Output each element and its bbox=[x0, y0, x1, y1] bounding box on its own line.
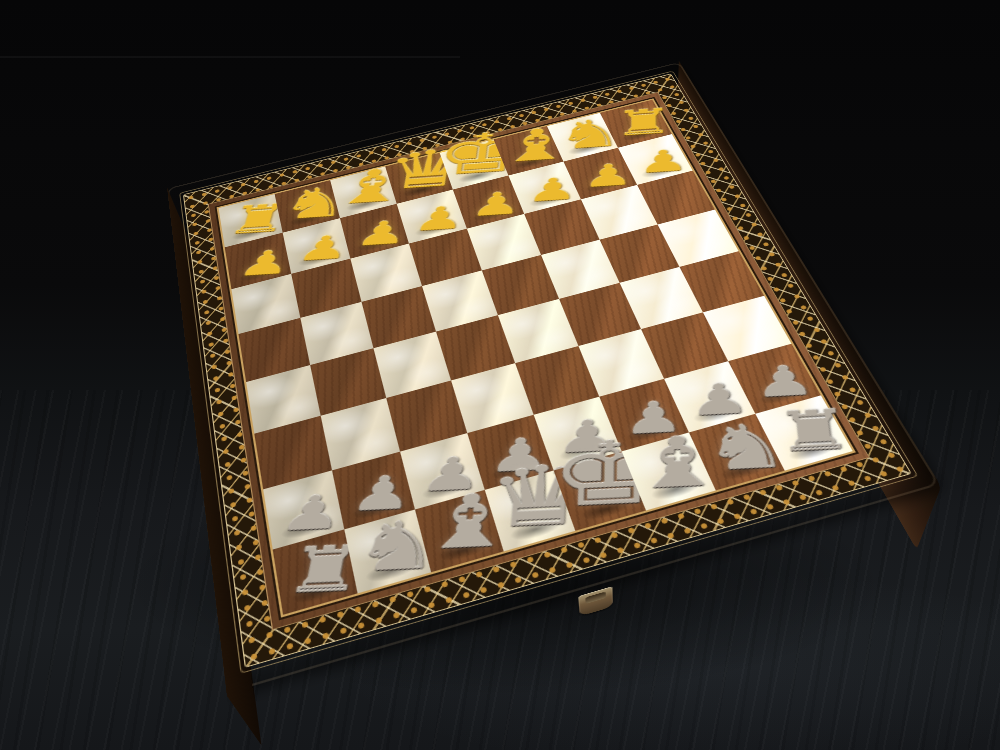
square-e3[interactable] bbox=[515, 346, 599, 415]
piece-shadow bbox=[756, 381, 810, 407]
piece-shadow bbox=[690, 399, 744, 426]
square-g2[interactable]: ♟ bbox=[664, 361, 755, 432]
square-b2[interactable]: ♟ bbox=[332, 452, 415, 530]
chess-piece-white-silver-pawn-d2[interactable]: ♟ bbox=[487, 432, 551, 480]
box-clasp-latch-icon[interactable] bbox=[578, 586, 613, 616]
chess-piece-white-silver-pawn-g2[interactable]: ♟ bbox=[688, 377, 751, 422]
piece-shadow bbox=[557, 436, 611, 464]
square-f3[interactable] bbox=[578, 329, 664, 397]
square-b3[interactable] bbox=[321, 398, 400, 470]
square-g3[interactable] bbox=[641, 312, 728, 378]
chess-piece-white-silver-pawn-e2[interactable]: ♟ bbox=[555, 413, 617, 460]
square-e2[interactable]: ♟ bbox=[534, 397, 622, 471]
square-d3[interactable] bbox=[451, 363, 534, 433]
chess-piece-white-silver-knight-b1[interactable]: ♞ bbox=[349, 511, 445, 582]
piece-shadow bbox=[280, 513, 334, 543]
square-b4[interactable] bbox=[310, 348, 386, 416]
square-a2[interactable]: ♟ bbox=[263, 470, 344, 549]
square-c2[interactable]: ♟ bbox=[400, 433, 485, 509]
piece-shadow bbox=[489, 455, 543, 483]
chess-piece-white-silver-pawn-f2[interactable]: ♟ bbox=[623, 395, 685, 441]
chess-board-box: ♜♞♝♛♚♝♞♜♟♟♟♟♟♟♟♟♟♟♟♟♟♟♟♟♜♞♝♛♚♝♞♜ bbox=[167, 62, 940, 694]
square-f2[interactable]: ♟ bbox=[599, 379, 689, 452]
chess-piece-white-silver-pawn-a2[interactable]: ♟ bbox=[276, 488, 347, 538]
square-c3[interactable] bbox=[386, 380, 467, 451]
piece-shadow bbox=[420, 474, 474, 503]
chess-piece-white-silver-pawn-b2[interactable]: ♟ bbox=[347, 469, 416, 518]
chess-piece-white-silver-pawn-c2[interactable]: ♟ bbox=[418, 450, 484, 498]
piece-shadow bbox=[624, 418, 678, 445]
photo-scene: ♜♞♝♛♚♝♞♜♟♟♟♟♟♟♟♟♟♟♟♟♟♟♟♟♜♞♝♛♚♝♞♜ bbox=[0, 0, 1000, 750]
